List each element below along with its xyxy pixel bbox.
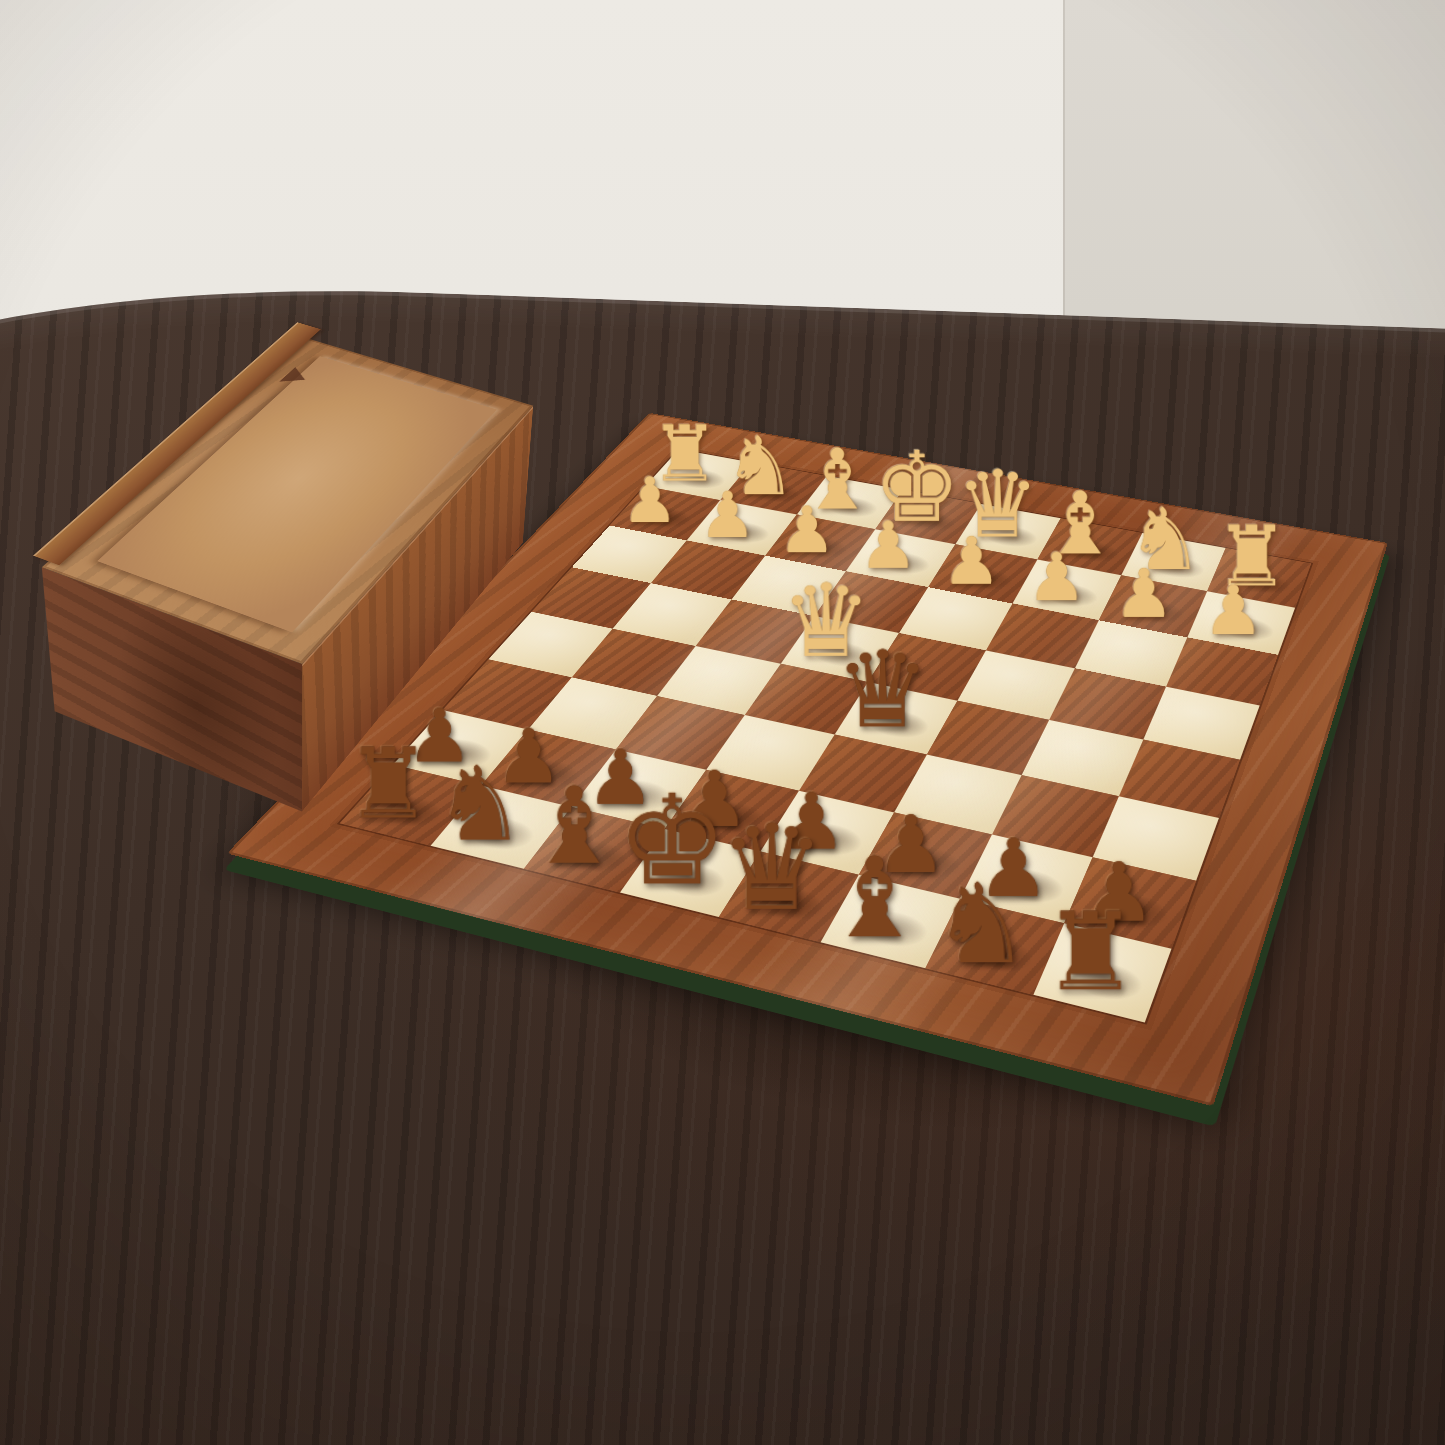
piece-bK-e8[interactable]: ♚ — [616, 783, 727, 901]
piece-wP-a2[interactable]: ♟ — [1203, 578, 1264, 643]
piece-wP-c2[interactable]: ♟ — [1027, 546, 1087, 609]
piece-bR-a8[interactable]: ♜ — [1042, 902, 1138, 1004]
piece-wP-b2[interactable]: ♟ — [1114, 562, 1174, 626]
wall-shaded-section — [1063, 0, 1445, 360]
piece-bN-b8[interactable]: ♞ — [932, 872, 1031, 977]
piece-bQ-d5[interactable]: ♛ — [835, 640, 930, 741]
square-d5[interactable]: ♛ — [835, 682, 958, 755]
piece-bN-g8[interactable]: ♞ — [434, 756, 526, 854]
piece-wP-d2[interactable]: ♟ — [942, 530, 1001, 592]
square-b2[interactable]: ♟ — [1099, 575, 1207, 637]
piece-bB-f8[interactable]: ♝ — [527, 775, 622, 876]
square-a5[interactable] — [1119, 739, 1240, 817]
piece-wP-g2[interactable]: ♟ — [699, 485, 756, 545]
square-h5[interactable] — [488, 612, 612, 678]
piece-bR-h8[interactable]: ♜ — [345, 738, 432, 830]
piece-bQ-d8[interactable]: ♛ — [719, 812, 826, 925]
piece-wP-f2[interactable]: ♟ — [779, 500, 837, 561]
piece-wP-h2[interactable]: ♟ — [622, 471, 678, 531]
piece-bB-c8[interactable]: ♝ — [825, 845, 925, 951]
photo-scene: ♜♞♝♚♛♝♞♜♟♟♟♟♟♟♟♟♛♛♟♟♟♟♟♟♟♟♜♞♝♚♛♝♞♜ — [0, 0, 1445, 1445]
